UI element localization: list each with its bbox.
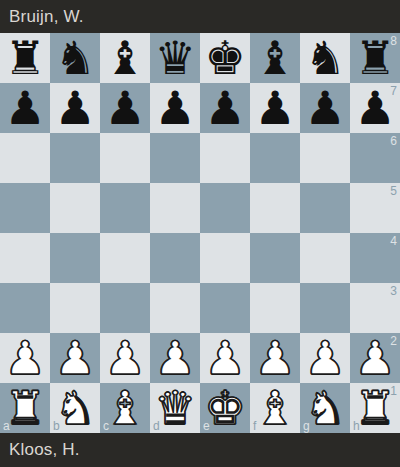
square-g8[interactable]: ♞	[300, 33, 350, 83]
file-label-e: e	[203, 420, 210, 432]
rank-label-6: 6	[390, 135, 397, 147]
square-h5[interactable]: 5	[350, 183, 400, 233]
piece-white-bishop[interactable]: ♝	[104, 383, 145, 433]
rank-label-8: 8	[390, 35, 397, 47]
piece-white-pawn[interactable]: ♟	[204, 333, 245, 383]
square-e6[interactable]	[200, 133, 250, 183]
piece-black-knight[interactable]: ♞	[54, 33, 95, 83]
square-e8[interactable]: ♚	[200, 33, 250, 83]
piece-white-knight[interactable]: ♞	[304, 383, 345, 433]
piece-white-pawn[interactable]: ♟	[254, 333, 295, 383]
square-d3[interactable]	[150, 283, 200, 333]
square-d8[interactable]: ♛	[150, 33, 200, 83]
square-c8[interactable]: ♝	[100, 33, 150, 83]
square-f5[interactable]	[250, 183, 300, 233]
file-label-b: b	[53, 420, 60, 432]
piece-black-pawn[interactable]: ♟	[304, 83, 345, 133]
square-b8[interactable]: ♞	[50, 33, 100, 83]
square-h8[interactable]: ♜8	[350, 33, 400, 83]
square-g7[interactable]: ♟	[300, 83, 350, 133]
top-player-bar: Bruijn, W.	[0, 0, 400, 33]
piece-white-queen[interactable]: ♛	[154, 383, 195, 433]
rank-label-5: 5	[390, 185, 397, 197]
top-player-name: Bruijn, W.	[9, 7, 84, 27]
rank-label-2: 2	[390, 335, 397, 347]
square-f1[interactable]: ♝f	[250, 383, 300, 433]
piece-white-pawn[interactable]: ♟	[154, 333, 195, 383]
square-b1[interactable]: ♞b	[50, 383, 100, 433]
file-label-f: f	[253, 420, 256, 432]
square-d7[interactable]: ♟	[150, 83, 200, 133]
rank-label-4: 4	[390, 235, 397, 247]
square-h3[interactable]: 3	[350, 283, 400, 333]
square-h2[interactable]: ♟2	[350, 333, 400, 383]
square-h4[interactable]: 4	[350, 233, 400, 283]
square-e5[interactable]	[200, 183, 250, 233]
piece-white-pawn[interactable]: ♟	[54, 333, 95, 383]
square-a2[interactable]: ♟	[0, 333, 50, 383]
square-c6[interactable]	[100, 133, 150, 183]
square-a4[interactable]	[0, 233, 50, 283]
piece-black-rook[interactable]: ♜	[4, 33, 45, 83]
square-g6[interactable]	[300, 133, 350, 183]
square-a5[interactable]	[0, 183, 50, 233]
rank-label-1: 1	[390, 385, 397, 397]
square-a7[interactable]: ♟	[0, 83, 50, 133]
chess-board: ♜♞♝♛♚♝♞♜8♟♟♟♟♟♟♟♟76543♟♟♟♟♟♟♟♟2♜a♞b♝c♛d♚…	[0, 33, 400, 433]
square-e2[interactable]: ♟	[200, 333, 250, 383]
piece-black-queen[interactable]: ♛	[154, 33, 195, 83]
piece-white-pawn[interactable]: ♟	[104, 333, 145, 383]
square-c2[interactable]: ♟	[100, 333, 150, 383]
piece-white-bishop[interactable]: ♝	[254, 383, 295, 433]
square-e7[interactable]: ♟	[200, 83, 250, 133]
square-a6[interactable]	[0, 133, 50, 183]
square-g4[interactable]	[300, 233, 350, 283]
piece-black-pawn[interactable]: ♟	[54, 83, 95, 133]
square-f6[interactable]	[250, 133, 300, 183]
square-b2[interactable]: ♟	[50, 333, 100, 383]
square-c1[interactable]: ♝c	[100, 383, 150, 433]
square-g3[interactable]	[300, 283, 350, 333]
piece-black-knight[interactable]: ♞	[304, 33, 345, 83]
square-b3[interactable]	[50, 283, 100, 333]
square-d2[interactable]: ♟	[150, 333, 200, 383]
square-f4[interactable]	[250, 233, 300, 283]
piece-white-knight[interactable]: ♞	[54, 383, 95, 433]
piece-black-bishop[interactable]: ♝	[254, 33, 295, 83]
square-c3[interactable]	[100, 283, 150, 333]
square-a3[interactable]	[0, 283, 50, 333]
bottom-player-name: Kloos, H.	[9, 440, 80, 460]
file-label-h: h	[353, 420, 360, 432]
piece-black-pawn[interactable]: ♟	[104, 83, 145, 133]
piece-white-king[interactable]: ♚	[204, 383, 245, 433]
square-h1[interactable]: ♜1h	[350, 383, 400, 433]
bottom-player-bar: Kloos, H.	[0, 433, 400, 467]
square-f7[interactable]: ♟	[250, 83, 300, 133]
square-c5[interactable]	[100, 183, 150, 233]
piece-white-rook[interactable]: ♜	[4, 383, 45, 433]
square-g1[interactable]: ♞g	[300, 383, 350, 433]
piece-black-pawn[interactable]: ♟	[254, 83, 295, 133]
square-h7[interactable]: ♟7	[350, 83, 400, 133]
square-b7[interactable]: ♟	[50, 83, 100, 133]
square-e3[interactable]	[200, 283, 250, 333]
piece-white-pawn[interactable]: ♟	[304, 333, 345, 383]
square-b6[interactable]	[50, 133, 100, 183]
square-d1[interactable]: ♛d	[150, 383, 200, 433]
piece-black-pawn[interactable]: ♟	[154, 83, 195, 133]
file-label-g: g	[303, 420, 310, 432]
file-label-c: c	[103, 420, 109, 432]
piece-black-pawn[interactable]: ♟	[4, 83, 45, 133]
file-label-d: d	[153, 420, 160, 432]
piece-black-king[interactable]: ♚	[204, 33, 245, 83]
rank-label-3: 3	[390, 285, 397, 297]
file-label-a: a	[3, 420, 10, 432]
square-c4[interactable]	[100, 233, 150, 283]
square-h6[interactable]: 6	[350, 133, 400, 183]
square-b4[interactable]	[50, 233, 100, 283]
square-a8[interactable]: ♜	[0, 33, 50, 83]
square-d5[interactable]	[150, 183, 200, 233]
square-d6[interactable]	[150, 133, 200, 183]
square-d4[interactable]	[150, 233, 200, 283]
square-f3[interactable]	[250, 283, 300, 333]
square-e4[interactable]	[200, 233, 250, 283]
piece-white-pawn[interactable]: ♟	[4, 333, 45, 383]
square-g2[interactable]: ♟	[300, 333, 350, 383]
piece-black-pawn[interactable]: ♟	[204, 83, 245, 133]
square-f8[interactable]: ♝	[250, 33, 300, 83]
square-c7[interactable]: ♟	[100, 83, 150, 133]
piece-black-bishop[interactable]: ♝	[104, 33, 145, 83]
square-b5[interactable]	[50, 183, 100, 233]
square-e1[interactable]: ♚e	[200, 383, 250, 433]
square-f2[interactable]: ♟	[250, 333, 300, 383]
square-a1[interactable]: ♜a	[0, 383, 50, 433]
square-g5[interactable]	[300, 183, 350, 233]
rank-label-7: 7	[390, 85, 397, 97]
